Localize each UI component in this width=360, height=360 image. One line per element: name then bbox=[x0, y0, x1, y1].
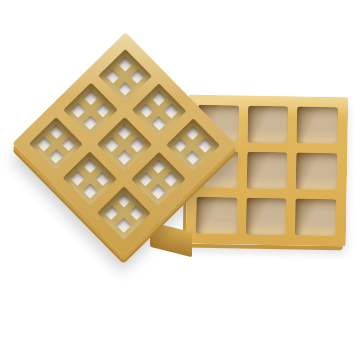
cell-sub-opening bbox=[129, 137, 144, 152]
cell-sub-opening bbox=[138, 171, 153, 186]
cell-sub-opening bbox=[198, 138, 213, 153]
grating-cell-open bbox=[246, 198, 287, 236]
cell-sub-opening bbox=[49, 124, 64, 139]
cell-sub-opening bbox=[185, 125, 200, 140]
cell-sub-opening bbox=[139, 103, 154, 118]
cell-sub-opening bbox=[151, 116, 166, 131]
grating-cell-open bbox=[247, 106, 288, 144]
cell-sub-opening bbox=[83, 115, 98, 130]
grating-cell-open bbox=[295, 199, 336, 237]
grating-cell-open bbox=[131, 152, 185, 206]
cell-sub-opening bbox=[117, 149, 132, 164]
cell-sub-opening bbox=[118, 56, 133, 71]
cell-sub-opening bbox=[152, 91, 167, 106]
photo-stage bbox=[0, 0, 360, 360]
cell-sub-opening bbox=[116, 218, 131, 233]
cell-sub-opening bbox=[104, 205, 119, 220]
cell-sub-opening bbox=[117, 124, 132, 139]
cell-sub-opening bbox=[130, 69, 145, 84]
cell-sub-opening bbox=[71, 102, 86, 117]
grating-cell-open bbox=[132, 84, 186, 138]
cell-sub-opening bbox=[105, 68, 120, 83]
grating-cell-open bbox=[97, 117, 151, 171]
grating-cell-open bbox=[29, 117, 83, 171]
cell-sub-opening bbox=[83, 158, 98, 173]
cell-sub-opening bbox=[163, 172, 178, 187]
cell-sub-opening bbox=[96, 103, 111, 118]
grating-cell-open bbox=[63, 151, 117, 205]
cell-sub-opening bbox=[70, 171, 85, 186]
cell-sub-opening bbox=[95, 171, 110, 186]
grating-cell-open bbox=[166, 118, 220, 172]
cell-sub-opening bbox=[116, 193, 131, 208]
cell-sub-opening bbox=[104, 137, 119, 152]
cell-sub-opening bbox=[117, 81, 132, 96]
cell-sub-opening bbox=[83, 90, 98, 105]
cell-sub-opening bbox=[129, 205, 144, 220]
cell-sub-opening bbox=[185, 150, 200, 165]
grating-cell-open bbox=[297, 107, 338, 145]
grating-cell-open bbox=[296, 153, 337, 191]
cell-sub-opening bbox=[36, 136, 51, 151]
cell-sub-opening bbox=[151, 159, 166, 174]
cell-sub-opening bbox=[164, 103, 179, 118]
cell-sub-opening bbox=[82, 183, 97, 198]
grating-cell-open bbox=[97, 186, 151, 240]
grating-cell-open bbox=[98, 49, 152, 103]
cell-sub-opening bbox=[49, 149, 64, 164]
grating-cell-open bbox=[64, 83, 118, 137]
cell-sub-opening bbox=[151, 184, 166, 199]
cell-sub-opening bbox=[173, 137, 188, 152]
cell-sub-opening bbox=[61, 136, 76, 151]
grating-cell-open bbox=[196, 197, 237, 235]
grating-cell-open bbox=[246, 152, 287, 190]
